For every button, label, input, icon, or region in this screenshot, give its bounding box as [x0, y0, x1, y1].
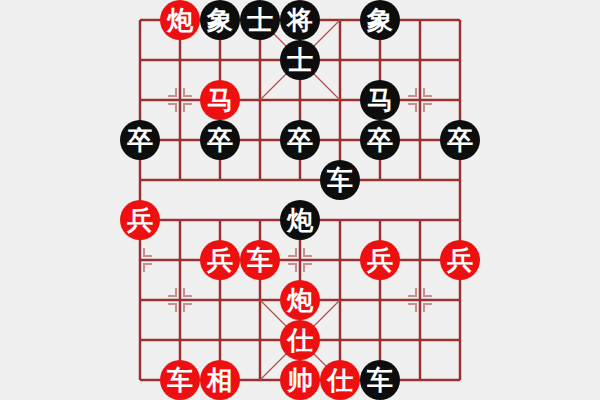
piece-black-advisor[interactable]: 士: [240, 0, 280, 40]
piece-black-elephant[interactable]: 象: [360, 0, 400, 40]
piece-red-pawn[interactable]: 兵: [120, 200, 160, 240]
piece-red-advisor[interactable]: 仕: [320, 360, 360, 400]
piece-red-chariot[interactable]: 车: [160, 360, 200, 400]
piece-black-pawn[interactable]: 卒: [200, 120, 240, 160]
piece-black-cannon[interactable]: 炮: [280, 200, 320, 240]
piece-black-pawn[interactable]: 卒: [360, 120, 400, 160]
piece-red-king[interactable]: 帅: [280, 360, 320, 400]
piece-red-cannon[interactable]: 炮: [160, 0, 200, 40]
piece-black-chariot[interactable]: 车: [320, 160, 360, 200]
piece-black-chariot[interactable]: 车: [360, 360, 400, 400]
piece-black-pawn[interactable]: 卒: [280, 120, 320, 160]
piece-red-pawn[interactable]: 兵: [200, 240, 240, 280]
piece-black-king[interactable]: 将: [280, 0, 320, 40]
xiangqi-board-screen: 炮象士将象士马马卒卒卒卒卒车兵炮兵车兵兵炮仕车相帅仕车: [0, 0, 600, 400]
piece-black-pawn[interactable]: 卒: [440, 120, 480, 160]
piece-black-horse[interactable]: 马: [360, 80, 400, 120]
piece-black-advisor[interactable]: 士: [280, 40, 320, 80]
piece-red-cannon[interactable]: 炮: [280, 280, 320, 320]
piece-red-pawn[interactable]: 兵: [440, 240, 480, 280]
piece-red-horse[interactable]: 马: [200, 80, 240, 120]
piece-red-chariot[interactable]: 车: [240, 240, 280, 280]
piece-red-pawn[interactable]: 兵: [360, 240, 400, 280]
xiangqi-board[interactable]: 炮象士将象士马马卒卒卒卒卒车兵炮兵车兵兵炮仕车相帅仕车: [120, 0, 480, 400]
piece-black-elephant[interactable]: 象: [200, 0, 240, 40]
piece-red-elephant[interactable]: 相: [200, 360, 240, 400]
piece-red-advisor[interactable]: 仕: [280, 320, 320, 360]
piece-black-pawn[interactable]: 卒: [120, 120, 160, 160]
